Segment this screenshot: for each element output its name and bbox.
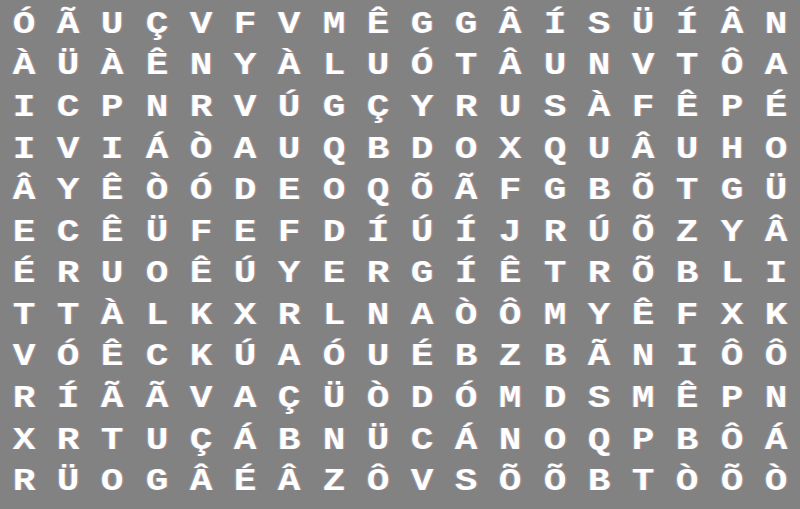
grid-cell[interactable]: K	[750, 295, 800, 337]
grid-cell[interactable]: A	[750, 46, 800, 88]
grid-cell[interactable]: Ò	[750, 461, 800, 503]
grid-cell[interactable]: I	[750, 253, 800, 295]
grid-cell[interactable]: N	[750, 378, 800, 420]
grid-cell[interactable]: Ô	[750, 337, 800, 379]
grid-cell[interactable]: N	[750, 4, 800, 46]
grid-cell[interactable]: Ü	[750, 170, 800, 212]
grid-cell[interactable]: Â	[750, 212, 800, 254]
word-search-grid: ÓÃUÇVFVMÊGGÂÍSÜÍÂNÀÜÀÊNYÀLUÓTÂUNVTÔAICPN…	[0, 0, 800, 509]
grid-cell[interactable]: O	[750, 129, 800, 171]
grid-cell[interactable]: É	[750, 87, 800, 129]
grid-cell[interactable]: Á	[750, 420, 800, 462]
